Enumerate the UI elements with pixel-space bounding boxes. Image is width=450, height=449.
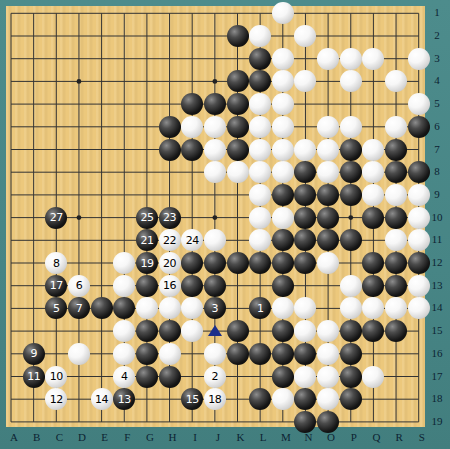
black-stone-S8 <box>408 161 430 183</box>
white-stone-M10 <box>272 207 294 229</box>
move-number: 19 <box>140 258 153 269</box>
white-stone-J6 <box>204 116 226 138</box>
column-label-Q: Q <box>367 431 385 443</box>
row-label-4: 4 <box>428 74 446 86</box>
move-number: 11 <box>27 371 40 382</box>
white-stone-E18: 14 <box>91 388 113 410</box>
black-stone-L12 <box>249 252 271 274</box>
black-stone-M9 <box>272 184 294 206</box>
black-stone-H15 <box>159 320 181 342</box>
move-number: 9 <box>30 348 37 359</box>
row-label-13: 13 <box>428 279 446 291</box>
black-stone-P9 <box>340 184 362 206</box>
black-stone-H10: 23 <box>159 207 181 229</box>
white-stone-J18: 18 <box>204 388 226 410</box>
move-number: 4 <box>121 371 128 382</box>
white-stone-S14 <box>408 297 430 319</box>
star-point <box>77 215 82 220</box>
black-stone-J13 <box>204 275 226 297</box>
white-stone-O3 <box>317 48 339 70</box>
black-stone-G12: 19 <box>136 252 158 274</box>
white-stone-D13: 6 <box>68 275 90 297</box>
black-stone-R12 <box>385 252 407 274</box>
board-frame: 2725232122248192017616573191110421214131… <box>0 0 450 449</box>
move-number: 20 <box>163 258 176 269</box>
row-label-16: 16 <box>428 347 446 359</box>
column-label-R: R <box>390 431 408 443</box>
black-stone-S6 <box>408 116 430 138</box>
move-number: 7 <box>76 303 83 314</box>
black-stone-M12 <box>272 252 294 274</box>
move-number: 2 <box>212 371 219 382</box>
white-stone-R9 <box>385 184 407 206</box>
column-label-J: J <box>209 431 227 443</box>
column-label-D: D <box>73 431 91 443</box>
column-label-C: C <box>50 431 68 443</box>
black-stone-H7 <box>159 139 181 161</box>
black-stone-K4 <box>227 70 249 92</box>
white-stone-O6 <box>317 116 339 138</box>
black-stone-O19 <box>317 411 339 433</box>
move-number: 1 <box>257 303 264 314</box>
black-stone-R13 <box>385 275 407 297</box>
black-stone-I7 <box>181 139 203 161</box>
white-stone-O16 <box>317 343 339 365</box>
row-label-7: 7 <box>428 143 446 155</box>
row-label-18: 18 <box>428 392 446 404</box>
column-label-A: A <box>5 431 23 443</box>
white-stone-N7 <box>294 139 316 161</box>
white-stone-M18 <box>272 388 294 410</box>
black-stone-C10: 27 <box>45 207 67 229</box>
move-number: 12 <box>50 394 63 405</box>
black-stone-B17: 11 <box>23 366 45 388</box>
white-stone-J17: 2 <box>204 366 226 388</box>
white-stone-D16 <box>68 343 90 365</box>
black-stone-K6 <box>227 116 249 138</box>
white-stone-S10 <box>408 207 430 229</box>
black-stone-P16 <box>340 343 362 365</box>
white-stone-Q17 <box>362 366 384 388</box>
goban[interactable]: 2725232122248192017616573191110421214131… <box>6 6 425 427</box>
white-stone-M6 <box>272 116 294 138</box>
row-label-14: 14 <box>428 301 446 313</box>
black-stone-O9 <box>317 184 339 206</box>
white-stone-Q7 <box>362 139 384 161</box>
white-stone-M1 <box>272 2 294 24</box>
move-number: 24 <box>186 235 199 246</box>
black-stone-K7 <box>227 139 249 161</box>
black-stone-N19 <box>294 411 316 433</box>
row-label-12: 12 <box>428 256 446 268</box>
black-stone-P15 <box>340 320 362 342</box>
move-number: 16 <box>163 280 176 291</box>
black-stone-K15 <box>227 320 249 342</box>
row-label-2: 2 <box>428 29 446 41</box>
black-stone-I13 <box>181 275 203 297</box>
white-stone-F17: 4 <box>113 366 135 388</box>
white-stone-P4 <box>340 70 362 92</box>
black-stone-P17 <box>340 366 362 388</box>
column-label-G: G <box>141 431 159 443</box>
white-stone-M5 <box>272 93 294 115</box>
white-stone-O12 <box>317 252 339 274</box>
white-stone-M8 <box>272 161 294 183</box>
move-number: 25 <box>140 212 153 223</box>
move-number: 23 <box>163 212 176 223</box>
black-stone-M15 <box>272 320 294 342</box>
white-stone-P14 <box>340 297 362 319</box>
white-stone-H16 <box>159 343 181 365</box>
column-label-N: N <box>299 431 317 443</box>
black-stone-G10: 25 <box>136 207 158 229</box>
black-stone-J5 <box>204 93 226 115</box>
white-stone-H14 <box>159 297 181 319</box>
black-stone-C13: 17 <box>45 275 67 297</box>
row-label-6: 6 <box>428 120 446 132</box>
black-stone-R10 <box>385 207 407 229</box>
white-stone-Q3 <box>362 48 384 70</box>
move-number: 10 <box>50 371 63 382</box>
white-stone-R6 <box>385 116 407 138</box>
move-number: 18 <box>208 394 221 405</box>
white-stone-L7 <box>249 139 271 161</box>
black-stone-R15 <box>385 320 407 342</box>
column-label-F: F <box>118 431 136 443</box>
column-label-H: H <box>164 431 182 443</box>
row-label-17: 17 <box>428 370 446 382</box>
black-stone-M16 <box>272 343 294 365</box>
black-stone-S12 <box>408 252 430 274</box>
white-stone-I6 <box>181 116 203 138</box>
column-label-S: S <box>413 431 431 443</box>
column-label-I: I <box>186 431 204 443</box>
row-label-1: 1 <box>428 6 446 18</box>
white-stone-H12: 20 <box>159 252 181 274</box>
column-label-M: M <box>277 431 295 443</box>
move-number: 17 <box>50 280 63 291</box>
white-stone-L2 <box>249 25 271 47</box>
move-number: 8 <box>53 258 60 269</box>
star-point <box>77 79 82 84</box>
black-stone-P8 <box>340 161 362 183</box>
black-stone-M11 <box>272 229 294 251</box>
white-stone-S11 <box>408 229 430 251</box>
white-stone-F16 <box>113 343 135 365</box>
column-label-O: O <box>322 431 340 443</box>
black-stone-M17 <box>272 366 294 388</box>
move-number: 13 <box>118 394 131 405</box>
black-stone-B16: 9 <box>23 343 45 365</box>
white-stone-M7 <box>272 139 294 161</box>
white-stone-S3 <box>408 48 430 70</box>
column-label-K: K <box>232 431 250 443</box>
white-stone-M3 <box>272 48 294 70</box>
white-stone-L10 <box>249 207 271 229</box>
row-label-11: 11 <box>428 233 446 245</box>
row-label-10: 10 <box>428 211 446 223</box>
column-label-L: L <box>254 431 272 443</box>
black-stone-K16 <box>227 343 249 365</box>
white-stone-O17 <box>317 366 339 388</box>
black-stone-N10 <box>294 207 316 229</box>
black-stone-Q10 <box>362 207 384 229</box>
black-stone-O10 <box>317 207 339 229</box>
row-label-19: 19 <box>428 415 446 427</box>
white-stone-K8 <box>227 161 249 183</box>
white-stone-P13 <box>340 275 362 297</box>
black-stone-Q13 <box>362 275 384 297</box>
white-stone-P6 <box>340 116 362 138</box>
black-stone-P11 <box>340 229 362 251</box>
column-label-E: E <box>96 431 114 443</box>
row-label-9: 9 <box>428 188 446 200</box>
black-stone-G13 <box>136 275 158 297</box>
move-number: 15 <box>186 394 199 405</box>
white-stone-J11 <box>204 229 226 251</box>
row-label-5: 5 <box>428 97 446 109</box>
row-label-15: 15 <box>428 324 446 336</box>
black-stone-K2 <box>227 25 249 47</box>
white-stone-O7 <box>317 139 339 161</box>
row-label-3: 3 <box>428 52 446 64</box>
star-point <box>212 215 217 220</box>
white-stone-H11: 22 <box>159 229 181 251</box>
star-point <box>348 215 353 220</box>
black-stone-H6 <box>159 116 181 138</box>
black-stone-L16 <box>249 343 271 365</box>
white-stone-S5 <box>408 93 430 115</box>
white-stone-H13: 16 <box>159 275 181 297</box>
black-stone-M13 <box>272 275 294 297</box>
move-number: 21 <box>140 235 153 246</box>
black-stone-J12 <box>204 252 226 274</box>
white-stone-N17 <box>294 366 316 388</box>
black-stone-L3 <box>249 48 271 70</box>
move-number: 27 <box>50 212 63 223</box>
move-number: 14 <box>95 394 108 405</box>
white-stone-F13 <box>113 275 135 297</box>
white-stone-L6 <box>249 116 271 138</box>
white-stone-J16 <box>204 343 226 365</box>
black-stone-P7 <box>340 139 362 161</box>
move-number: 22 <box>163 235 176 246</box>
triangle-marker <box>208 325 222 336</box>
black-stone-G17 <box>136 366 158 388</box>
black-stone-H17 <box>159 366 181 388</box>
star-point <box>212 79 217 84</box>
black-stone-K5 <box>227 93 249 115</box>
white-stone-J8 <box>204 161 226 183</box>
black-stone-G16 <box>136 343 158 365</box>
black-stone-P18 <box>340 388 362 410</box>
black-stone-K12 <box>227 252 249 274</box>
white-stone-P3 <box>340 48 362 70</box>
white-stone-C17: 10 <box>45 366 67 388</box>
move-number: 3 <box>212 303 219 314</box>
black-stone-G15 <box>136 320 158 342</box>
move-number: 6 <box>76 280 83 291</box>
black-stone-E14 <box>91 297 113 319</box>
black-stone-R7 <box>385 139 407 161</box>
white-stone-S9 <box>408 184 430 206</box>
move-number: 5 <box>53 303 60 314</box>
row-label-8: 8 <box>428 165 446 177</box>
column-label-B: B <box>28 431 46 443</box>
white-stone-L9 <box>249 184 271 206</box>
white-stone-J7 <box>204 139 226 161</box>
column-label-P: P <box>345 431 363 443</box>
white-stone-S13 <box>408 275 430 297</box>
